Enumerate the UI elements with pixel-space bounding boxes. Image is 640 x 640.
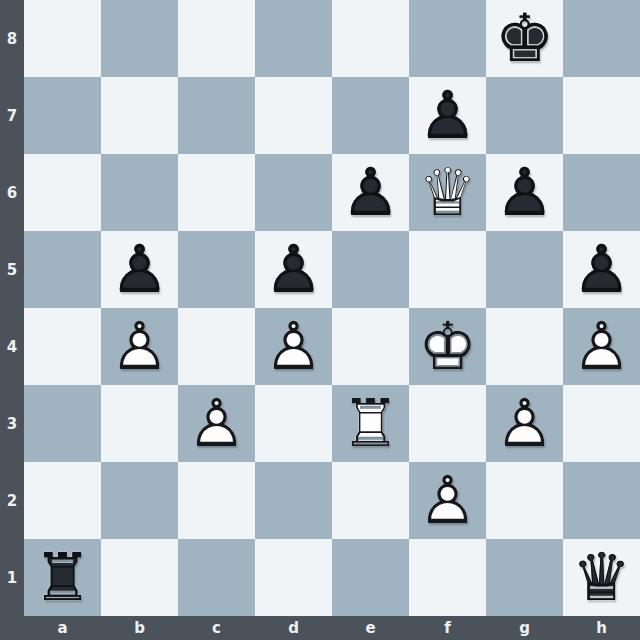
square-d2[interactable] (255, 462, 332, 539)
black-pawn-outline: ♙ (572, 231, 631, 308)
file-label-e: e (332, 616, 409, 640)
square-h8[interactable] (563, 0, 640, 77)
rank-label-7: 7 (0, 77, 24, 154)
file-labels: abcdefgh (24, 616, 640, 640)
square-b5[interactable]: ♟♙ (101, 231, 178, 308)
black-king-outline: ♔ (495, 0, 554, 77)
square-g5[interactable] (486, 231, 563, 308)
square-e3[interactable]: ♜♖ (332, 385, 409, 462)
file-label-f: f (409, 616, 486, 640)
rank-label-8: 8 (0, 0, 24, 77)
white-queen-piece[interactable]: ♛♕ (418, 154, 477, 231)
square-a8[interactable] (24, 0, 101, 77)
square-b6[interactable] (101, 154, 178, 231)
white-pawn-outline: ♙ (572, 308, 631, 385)
square-g7[interactable] (486, 77, 563, 154)
square-b7[interactable] (101, 77, 178, 154)
square-b1[interactable] (101, 539, 178, 616)
square-d6[interactable] (255, 154, 332, 231)
square-h4[interactable]: ♟♙ (563, 308, 640, 385)
white-pawn-piece[interactable]: ♟♙ (418, 462, 477, 539)
square-a1[interactable]: ♜♖ (24, 539, 101, 616)
square-g2[interactable] (486, 462, 563, 539)
square-g4[interactable] (486, 308, 563, 385)
square-h5[interactable]: ♟♙ (563, 231, 640, 308)
square-d1[interactable] (255, 539, 332, 616)
square-b8[interactable] (101, 0, 178, 77)
square-g8[interactable]: ♚♔ (486, 0, 563, 77)
square-a6[interactable] (24, 154, 101, 231)
square-e6[interactable]: ♟♙ (332, 154, 409, 231)
square-f1[interactable] (409, 539, 486, 616)
white-king-piece[interactable]: ♚♔ (418, 308, 477, 385)
square-g3[interactable]: ♟♙ (486, 385, 563, 462)
rank-label-2: 2 (0, 462, 24, 539)
square-f5[interactable] (409, 231, 486, 308)
black-pawn-outline: ♙ (341, 154, 400, 231)
rank-label-5: 5 (0, 231, 24, 308)
black-rook-outline: ♖ (33, 539, 92, 616)
square-a4[interactable] (24, 308, 101, 385)
square-e4[interactable] (332, 308, 409, 385)
square-e1[interactable] (332, 539, 409, 616)
black-pawn-outline: ♙ (418, 77, 477, 154)
white-rook-piece[interactable]: ♜♖ (341, 385, 400, 462)
file-label-b: b (101, 616, 178, 640)
square-a5[interactable] (24, 231, 101, 308)
square-c4[interactable] (178, 308, 255, 385)
square-c7[interactable] (178, 77, 255, 154)
square-f3[interactable] (409, 385, 486, 462)
white-pawn-piece[interactable]: ♟♙ (187, 385, 246, 462)
file-label-g: g (486, 616, 563, 640)
square-b4[interactable]: ♟♙ (101, 308, 178, 385)
square-e8[interactable] (332, 0, 409, 77)
black-pawn-piece[interactable]: ♟♙ (110, 231, 169, 308)
black-pawn-outline: ♙ (110, 231, 169, 308)
square-h3[interactable] (563, 385, 640, 462)
square-d3[interactable] (255, 385, 332, 462)
file-label-h: h (563, 616, 640, 640)
black-king-piece[interactable]: ♚♔ (495, 0, 554, 77)
black-queen-piece[interactable]: ♛♕ (572, 539, 631, 616)
square-d8[interactable] (255, 0, 332, 77)
white-pawn-piece[interactable]: ♟♙ (495, 385, 554, 462)
square-a2[interactable] (24, 462, 101, 539)
chess-board-screen: 87654321 ♚♔♟♙♟♙♛♕♟♙♟♙♟♙♟♙♟♙♟♙♚♔♟♙♟♙♜♖♟♙♟… (0, 0, 640, 640)
square-e7[interactable] (332, 77, 409, 154)
black-pawn-outline: ♙ (264, 231, 323, 308)
black-pawn-piece[interactable]: ♟♙ (495, 154, 554, 231)
square-h2[interactable] (563, 462, 640, 539)
file-label-d: d (255, 616, 332, 640)
square-d4[interactable]: ♟♙ (255, 308, 332, 385)
square-f8[interactable] (409, 0, 486, 77)
square-g1[interactable] (486, 539, 563, 616)
square-c8[interactable] (178, 0, 255, 77)
square-f6[interactable]: ♛♕ (409, 154, 486, 231)
square-e2[interactable] (332, 462, 409, 539)
square-b2[interactable] (101, 462, 178, 539)
white-pawn-piece[interactable]: ♟♙ (572, 308, 631, 385)
square-h7[interactable] (563, 77, 640, 154)
black-queen-outline: ♕ (572, 539, 631, 616)
square-f2[interactable]: ♟♙ (409, 462, 486, 539)
black-pawn-piece[interactable]: ♟♙ (418, 77, 477, 154)
file-label-a: a (24, 616, 101, 640)
square-d5[interactable]: ♟♙ (255, 231, 332, 308)
white-queen-outline: ♕ (418, 154, 477, 231)
white-pawn-outline: ♙ (495, 385, 554, 462)
square-c3[interactable]: ♟♙ (178, 385, 255, 462)
white-pawn-outline: ♙ (418, 462, 477, 539)
square-a3[interactable] (24, 385, 101, 462)
square-h6[interactable] (563, 154, 640, 231)
rank-label-6: 6 (0, 154, 24, 231)
square-h1[interactable]: ♛♕ (563, 539, 640, 616)
white-pawn-piece[interactable]: ♟♙ (264, 308, 323, 385)
square-f7[interactable]: ♟♙ (409, 77, 486, 154)
square-c6[interactable] (178, 154, 255, 231)
square-c1[interactable] (178, 539, 255, 616)
square-c5[interactable] (178, 231, 255, 308)
square-f4[interactable]: ♚♔ (409, 308, 486, 385)
square-a7[interactable] (24, 77, 101, 154)
square-c2[interactable] (178, 462, 255, 539)
black-pawn-outline: ♙ (495, 154, 554, 231)
chess-board: ♚♔♟♙♟♙♛♕♟♙♟♙♟♙♟♙♟♙♟♙♚♔♟♙♟♙♜♖♟♙♟♙♜♖♛♕ (24, 0, 640, 616)
black-pawn-piece[interactable]: ♟♙ (341, 154, 400, 231)
white-king-outline: ♔ (418, 308, 477, 385)
white-pawn-outline: ♙ (264, 308, 323, 385)
black-rook-piece[interactable]: ♜♖ (33, 539, 92, 616)
square-e5[interactable] (332, 231, 409, 308)
black-pawn-piece[interactable]: ♟♙ (572, 231, 631, 308)
rank-labels: 87654321 (0, 0, 24, 616)
rank-label-1: 1 (0, 539, 24, 616)
file-label-c: c (178, 616, 255, 640)
square-d7[interactable] (255, 77, 332, 154)
square-g6[interactable]: ♟♙ (486, 154, 563, 231)
rank-label-3: 3 (0, 385, 24, 462)
white-pawn-outline: ♙ (110, 308, 169, 385)
white-rook-outline: ♖ (341, 385, 400, 462)
white-pawn-piece[interactable]: ♟♙ (110, 308, 169, 385)
black-pawn-piece[interactable]: ♟♙ (264, 231, 323, 308)
square-b3[interactable] (101, 385, 178, 462)
white-pawn-outline: ♙ (187, 385, 246, 462)
rank-label-4: 4 (0, 308, 24, 385)
